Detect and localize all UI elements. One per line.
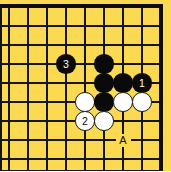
stone-white bbox=[94, 111, 114, 131]
stone-move-number: 3 bbox=[63, 59, 69, 70]
stone-white-2: 2 bbox=[75, 111, 95, 131]
cut-line-left bbox=[0, 5, 2, 171]
stone-black bbox=[94, 92, 114, 112]
stone-white bbox=[75, 92, 95, 112]
stone-black bbox=[94, 54, 114, 74]
stone-white bbox=[113, 92, 133, 112]
board-edge-right bbox=[159, 4, 163, 171]
grid-line-vertical bbox=[65, 5, 67, 171]
board-edge-top bbox=[0, 4, 163, 8]
go-diagram: A312 bbox=[0, 0, 171, 171]
grid-line-horizontal bbox=[0, 63, 161, 65]
point-label-A: A bbox=[116, 134, 131, 147]
grid-line-horizontal bbox=[0, 44, 161, 46]
grid-line-horizontal bbox=[0, 25, 161, 27]
stone-move-number: 1 bbox=[139, 78, 145, 89]
stone-black bbox=[113, 73, 133, 93]
go-board: A312 bbox=[0, 0, 171, 171]
grid-line-vertical bbox=[84, 5, 86, 171]
grid-line-vertical bbox=[27, 5, 29, 171]
grid-line-vertical bbox=[8, 5, 10, 171]
stone-black bbox=[94, 73, 114, 93]
stone-move-number: 2 bbox=[82, 116, 88, 127]
grid-line-vertical bbox=[46, 5, 48, 171]
stone-black-1: 1 bbox=[132, 73, 152, 93]
grid-line-horizontal bbox=[0, 158, 161, 160]
stone-white bbox=[132, 92, 152, 112]
stone-black-3: 3 bbox=[56, 54, 76, 74]
grid-line-horizontal bbox=[0, 139, 161, 141]
cut-line-bottom bbox=[0, 170, 163, 172]
